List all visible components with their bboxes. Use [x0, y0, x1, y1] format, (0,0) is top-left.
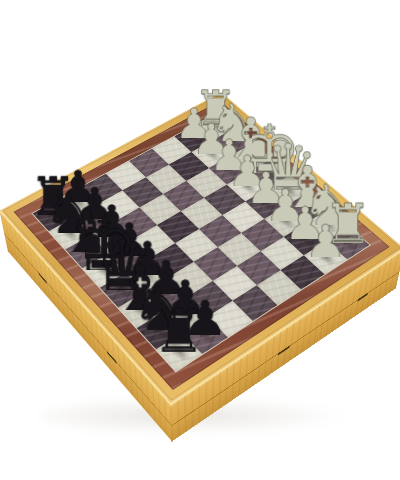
- piece-black-rook-a8: ♜: [159, 275, 198, 352]
- scene: ♜♞♝♛♚♝♞♜♟♟♟♟♟♟♟♟♟♟♟♟♟♟♟♟♜♞♝♛♚♝♞♜: [0, 0, 400, 480]
- piece-black-pawn-a7: ♟: [185, 259, 224, 335]
- chess-box: ♜♞♝♛♚♝♞♜♟♟♟♟♟♟♟♟♟♟♟♟♟♟♟♟♜♞♝♛♚♝♞♜: [0, 92, 400, 404]
- piece-black-pawn-b7: ♟: [166, 240, 204, 315]
- latch-slot: [38, 272, 46, 284]
- latch-slot: [107, 351, 117, 364]
- latch-slot: [277, 345, 289, 355]
- product-photo: ♜♞♝♛♚♝♞♜♟♟♟♟♟♟♟♟♟♟♟♟♟♟♟♟♜♞♝♛♚♝♞♜: [0, 0, 400, 480]
